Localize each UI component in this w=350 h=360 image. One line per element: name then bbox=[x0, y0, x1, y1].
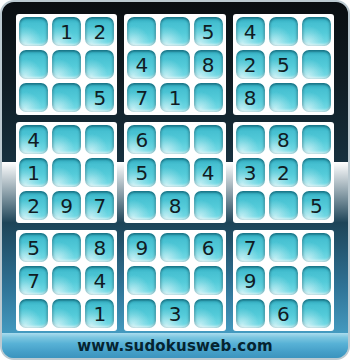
sudoku-cell-given: 7 bbox=[127, 83, 156, 112]
sudoku-cell-empty[interactable] bbox=[269, 233, 298, 262]
sudoku-cell-given: 4 bbox=[236, 17, 265, 46]
sudoku-cell-empty[interactable] bbox=[269, 191, 298, 220]
sudoku-cell-empty[interactable] bbox=[52, 158, 81, 187]
sudoku-cell-given: 5 bbox=[302, 191, 331, 220]
sudoku-box: 963 bbox=[124, 230, 225, 331]
sudoku-cell-given: 6 bbox=[269, 299, 298, 328]
sudoku-cell-empty[interactable] bbox=[302, 50, 331, 79]
sudoku-box: 41297 bbox=[16, 122, 117, 223]
sudoku-cell-empty[interactable] bbox=[160, 50, 189, 79]
sudoku-cell-given: 4 bbox=[127, 50, 156, 79]
sudoku-cell-given: 3 bbox=[160, 299, 189, 328]
sudoku-cell-given: 8 bbox=[269, 125, 298, 154]
sudoku-cell-given: 6 bbox=[194, 233, 223, 262]
sudoku-box: 796 bbox=[233, 230, 334, 331]
sudoku-cell-given: 5 bbox=[19, 233, 48, 262]
footer-url: www.sudokusweb.com bbox=[77, 337, 272, 355]
sudoku-cell-empty[interactable] bbox=[127, 191, 156, 220]
sudoku-cell-empty[interactable] bbox=[127, 299, 156, 328]
sudoku-cell-empty[interactable] bbox=[302, 233, 331, 262]
sudoku-cell-empty[interactable] bbox=[160, 125, 189, 154]
sudoku-cell-empty[interactable] bbox=[160, 266, 189, 295]
sudoku-box: 125 bbox=[16, 14, 117, 115]
sudoku-cell-given: 9 bbox=[236, 266, 265, 295]
sudoku-cell-given: 4 bbox=[19, 125, 48, 154]
footer-band: www.sudokusweb.com bbox=[2, 333, 348, 358]
sudoku-cell-empty[interactable] bbox=[302, 83, 331, 112]
sudoku-cell-given: 5 bbox=[194, 17, 223, 46]
sudoku-cell-empty[interactable] bbox=[302, 299, 331, 328]
sudoku-box: 4258 bbox=[233, 14, 334, 115]
sudoku-cell-empty[interactable] bbox=[236, 299, 265, 328]
sudoku-cell-empty[interactable] bbox=[194, 266, 223, 295]
sudoku-board: 125548714258412976548832558741963796 bbox=[16, 14, 334, 331]
sudoku-cell-given: 9 bbox=[127, 233, 156, 262]
sudoku-cell-empty[interactable] bbox=[194, 191, 223, 220]
sudoku-cell-empty[interactable] bbox=[52, 233, 81, 262]
sudoku-cell-empty[interactable] bbox=[194, 299, 223, 328]
sudoku-cell-empty[interactable] bbox=[236, 191, 265, 220]
sudoku-cell-given: 3 bbox=[236, 158, 265, 187]
sudoku-cell-empty[interactable] bbox=[19, 299, 48, 328]
sudoku-cell-empty[interactable] bbox=[127, 266, 156, 295]
sudoku-cell-empty[interactable] bbox=[302, 266, 331, 295]
sudoku-box: 6548 bbox=[124, 122, 225, 223]
sudoku-cell-given: 7 bbox=[236, 233, 265, 262]
sudoku-cell-given: 4 bbox=[85, 266, 114, 295]
sudoku-cell-given: 1 bbox=[160, 83, 189, 112]
sudoku-cell-given: 8 bbox=[85, 233, 114, 262]
sudoku-cell-empty[interactable] bbox=[194, 125, 223, 154]
sudoku-cell-empty[interactable] bbox=[52, 50, 81, 79]
sudoku-cell-empty[interactable] bbox=[160, 233, 189, 262]
sudoku-cell-empty[interactable] bbox=[127, 17, 156, 46]
sudoku-cell-empty[interactable] bbox=[85, 125, 114, 154]
sudoku-cell-empty[interactable] bbox=[302, 158, 331, 187]
sudoku-cell-given: 5 bbox=[269, 50, 298, 79]
sudoku-cell-empty[interactable] bbox=[85, 158, 114, 187]
sudoku-cell-empty[interactable] bbox=[52, 299, 81, 328]
sudoku-cell-given: 7 bbox=[19, 266, 48, 295]
sudoku-cell-empty[interactable] bbox=[302, 125, 331, 154]
sudoku-box: 54871 bbox=[124, 14, 225, 115]
sudoku-widget: 125548714258412976548832558741963796 www… bbox=[0, 0, 350, 360]
sudoku-cell-given: 1 bbox=[85, 299, 114, 328]
sudoku-cell-empty[interactable] bbox=[236, 125, 265, 154]
sudoku-cell-given: 8 bbox=[194, 50, 223, 79]
sudoku-cell-given: 8 bbox=[236, 83, 265, 112]
sudoku-cell-given: 9 bbox=[52, 191, 81, 220]
sudoku-cell-empty[interactable] bbox=[19, 50, 48, 79]
sudoku-cell-empty[interactable] bbox=[52, 266, 81, 295]
sudoku-cell-empty[interactable] bbox=[194, 83, 223, 112]
sudoku-cell-empty[interactable] bbox=[269, 266, 298, 295]
sudoku-cell-given: 8 bbox=[160, 191, 189, 220]
sudoku-cell-given: 1 bbox=[19, 158, 48, 187]
sudoku-cell-empty[interactable] bbox=[52, 83, 81, 112]
sudoku-cell-empty[interactable] bbox=[302, 17, 331, 46]
sudoku-cell-given: 1 bbox=[52, 17, 81, 46]
sudoku-cell-empty[interactable] bbox=[160, 158, 189, 187]
sudoku-cell-given: 2 bbox=[85, 17, 114, 46]
sudoku-cell-given: 5 bbox=[127, 158, 156, 187]
sudoku-cell-given: 6 bbox=[127, 125, 156, 154]
sudoku-cell-empty[interactable] bbox=[19, 83, 48, 112]
sudoku-cell-given: 7 bbox=[85, 191, 114, 220]
sudoku-cell-given: 2 bbox=[269, 158, 298, 187]
sudoku-cell-given: 4 bbox=[194, 158, 223, 187]
sudoku-cell-empty[interactable] bbox=[269, 83, 298, 112]
sudoku-cell-empty[interactable] bbox=[269, 17, 298, 46]
sudoku-cell-empty[interactable] bbox=[52, 125, 81, 154]
sudoku-box: 8325 bbox=[233, 122, 334, 223]
sudoku-cell-empty[interactable] bbox=[85, 50, 114, 79]
sudoku-box: 58741 bbox=[16, 230, 117, 331]
sudoku-cell-given: 5 bbox=[85, 83, 114, 112]
sudoku-cell-empty[interactable] bbox=[19, 17, 48, 46]
sudoku-cell-given: 2 bbox=[236, 50, 265, 79]
sudoku-cell-empty[interactable] bbox=[160, 17, 189, 46]
sudoku-cell-given: 2 bbox=[19, 191, 48, 220]
